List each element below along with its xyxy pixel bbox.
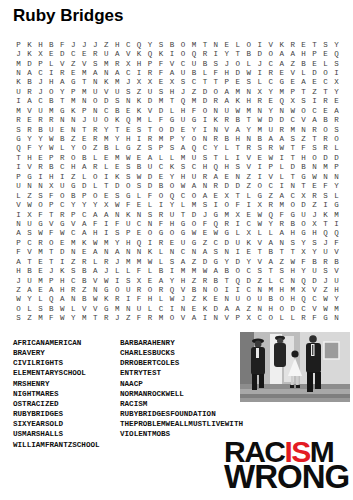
grid-cell-r8c14[interactable]: D xyxy=(156,106,167,115)
grid-cell-r14c14[interactable]: C xyxy=(156,163,167,172)
grid-cell-r28c21[interactable]: U xyxy=(232,295,243,304)
grid-cell-r27c7[interactable]: Z xyxy=(79,285,90,294)
grid-cell-r7c12[interactable]: K xyxy=(134,97,145,106)
grid-cell-r9c2[interactable]: E xyxy=(24,115,35,124)
grid-cell-r2c19[interactable]: I xyxy=(210,49,221,58)
grid-cell-r8c6[interactable]: K xyxy=(68,106,79,115)
grid-cell-r9c5[interactable]: N xyxy=(57,115,68,124)
grid-cell-r25c11[interactable]: L xyxy=(123,266,134,275)
grid-cell-r27c20[interactable]: I xyxy=(221,285,232,294)
grid-cell-r16c27[interactable]: T xyxy=(298,182,309,191)
grid-cell-r3c22[interactable]: L xyxy=(243,59,254,68)
grid-cell-r14c23[interactable]: I xyxy=(254,163,265,172)
grid-cell-r30c18[interactable]: I xyxy=(199,314,210,323)
grid-cell-r8c3[interactable]: U xyxy=(35,106,46,115)
grid-cell-r6c3[interactable]: J xyxy=(35,87,46,96)
grid-cell-r14c22[interactable]: V xyxy=(243,163,254,172)
grid-cell-r12c5[interactable]: L xyxy=(57,144,68,153)
grid-cell-r1c23[interactable]: I xyxy=(254,40,265,49)
grid-cell-r22c10[interactable]: Y xyxy=(112,238,123,247)
grid-cell-r7c6[interactable]: M xyxy=(68,97,79,106)
grid-cell-r28c15[interactable]: W xyxy=(167,295,178,304)
grid-cell-r5c7[interactable]: T xyxy=(79,78,90,87)
grid-cell-r25c2[interactable]: B xyxy=(24,266,35,275)
grid-cell-r21c30[interactable]: Q xyxy=(331,229,342,238)
grid-cell-r20c25[interactable]: R xyxy=(276,219,287,228)
grid-cell-r23c27[interactable]: X xyxy=(298,248,309,257)
grid-cell-r2c30[interactable]: Q xyxy=(331,49,342,58)
grid-cell-r18c16[interactable]: L xyxy=(177,200,188,209)
grid-cell-r25c3[interactable]: E xyxy=(35,266,46,275)
grid-cell-r21c1[interactable]: A xyxy=(13,229,24,238)
grid-cell-r13c24[interactable]: W xyxy=(265,153,276,162)
grid-cell-r6c13[interactable]: U xyxy=(145,87,156,96)
grid-cell-r26c6[interactable]: C xyxy=(68,276,79,285)
grid-cell-r17c2[interactable]: Z xyxy=(24,191,35,200)
grid-cell-r21c12[interactable]: E xyxy=(134,229,145,238)
grid-cell-r20c9[interactable]: I xyxy=(101,219,112,228)
grid-cell-r13c30[interactable]: D xyxy=(331,153,342,162)
grid-cell-r27c28[interactable]: V xyxy=(309,285,320,294)
grid-cell-r23c21[interactable]: I xyxy=(232,248,243,257)
grid-cell-r30c17[interactable]: A xyxy=(188,314,199,323)
grid-cell-r9c28[interactable]: A xyxy=(309,115,320,124)
grid-cell-r13c19[interactable]: T xyxy=(210,153,221,162)
grid-cell-r20c15[interactable]: H xyxy=(167,219,178,228)
grid-cell-r22c25[interactable]: N xyxy=(276,238,287,247)
grid-cell-r9c26[interactable]: C xyxy=(287,115,298,124)
grid-cell-r16c8[interactable]: L xyxy=(90,182,101,191)
grid-cell-r19c27[interactable]: U xyxy=(298,210,309,219)
grid-cell-r4c20[interactable]: H xyxy=(221,68,232,77)
grid-cell-r9c10[interactable]: K xyxy=(112,115,123,124)
grid-cell-r21c3[interactable]: W xyxy=(35,229,46,238)
grid-cell-r2c9[interactable]: U xyxy=(101,49,112,58)
grid-cell-r29c6[interactable]: L xyxy=(68,304,79,313)
grid-cell-r23c7[interactable]: E xyxy=(79,248,90,257)
grid-cell-r25c12[interactable]: F xyxy=(134,266,145,275)
grid-cell-r5c22[interactable]: S xyxy=(243,78,254,87)
grid-cell-r15c19[interactable]: A xyxy=(210,172,221,181)
grid-cell-r24c1[interactable]: A xyxy=(13,257,24,266)
grid-cell-r14c9[interactable]: L xyxy=(101,163,112,172)
grid-cell-r8c19[interactable]: N xyxy=(210,106,221,115)
grid-cell-r1c2[interactable]: K xyxy=(24,40,35,49)
grid-cell-r12c9[interactable]: B xyxy=(101,144,112,153)
grid-cell-r3c30[interactable]: S xyxy=(331,59,342,68)
grid-cell-r2c29[interactable]: E xyxy=(320,49,331,58)
grid-cell-r20c14[interactable]: F xyxy=(156,219,167,228)
grid-cell-r16c22[interactable]: Z xyxy=(243,182,254,191)
grid-cell-r30c30[interactable]: N xyxy=(331,314,342,323)
grid-cell-r28c27[interactable]: Q xyxy=(298,295,309,304)
grid-cell-r29c11[interactable]: N xyxy=(123,304,134,313)
grid-cell-r9c4[interactable]: R xyxy=(46,115,57,124)
grid-cell-r27c8[interactable]: N xyxy=(90,285,101,294)
grid-cell-r3c24[interactable]: C xyxy=(265,59,276,68)
grid-cell-r14c26[interactable]: D xyxy=(287,163,298,172)
grid-cell-r21c23[interactable]: L xyxy=(254,229,265,238)
grid-cell-r25c17[interactable]: M xyxy=(188,266,199,275)
grid-cell-r28c12[interactable]: F xyxy=(134,295,145,304)
grid-cell-r28c10[interactable]: R xyxy=(112,295,123,304)
grid-cell-r5c13[interactable]: X xyxy=(145,78,156,87)
grid-cell-r18c7[interactable]: Y xyxy=(79,200,90,209)
grid-cell-r13c3[interactable]: E xyxy=(35,153,46,162)
grid-cell-r7c2[interactable]: A xyxy=(24,97,35,106)
grid-cell-r26c30[interactable]: U xyxy=(331,276,342,285)
grid-cell-r22c11[interactable]: H xyxy=(123,238,134,247)
grid-cell-r19c29[interactable]: K xyxy=(320,210,331,219)
grid-cell-r23c11[interactable]: N xyxy=(123,248,134,257)
grid-cell-r22c12[interactable]: Q xyxy=(134,238,145,247)
grid-cell-r3c4[interactable]: L xyxy=(46,59,57,68)
grid-cell-r19c13[interactable]: S xyxy=(145,210,156,219)
grid-cell-r25c20[interactable]: B xyxy=(221,266,232,275)
grid-cell-r7c14[interactable]: M xyxy=(156,97,167,106)
grid-cell-r23c3[interactable]: M xyxy=(35,248,46,257)
grid-cell-r3c19[interactable]: S xyxy=(210,59,221,68)
grid-cell-r14c5[interactable]: C xyxy=(57,163,68,172)
grid-cell-r28c28[interactable]: C xyxy=(309,295,320,304)
grid-cell-r27c18[interactable]: N xyxy=(199,285,210,294)
grid-cell-r19c12[interactable]: N xyxy=(134,210,145,219)
grid-cell-r10c28[interactable]: R xyxy=(309,125,320,134)
grid-cell-r19c2[interactable]: X xyxy=(24,210,35,219)
grid-cell-r29c13[interactable]: L xyxy=(145,304,156,313)
grid-cell-r22c2[interactable]: C xyxy=(24,238,35,247)
grid-cell-r26c28[interactable]: D xyxy=(309,276,320,285)
grid-cell-r14c29[interactable]: M xyxy=(320,163,331,172)
grid-cell-r6c26[interactable]: P xyxy=(287,87,298,96)
grid-cell-r15c22[interactable]: Z xyxy=(243,172,254,181)
grid-cell-r14c21[interactable]: S xyxy=(232,163,243,172)
grid-cell-r18c1[interactable]: V xyxy=(13,200,24,209)
grid-cell-r29c9[interactable]: G xyxy=(101,304,112,313)
grid-cell-r30c13[interactable]: R xyxy=(145,314,156,323)
grid-cell-r4c3[interactable]: C xyxy=(35,68,46,77)
grid-cell-r12c12[interactable]: Z xyxy=(134,144,145,153)
grid-cell-r10c20[interactable]: V xyxy=(221,125,232,134)
grid-cell-r4c1[interactable]: N xyxy=(13,68,24,77)
grid-cell-r14c19[interactable]: Q xyxy=(210,163,221,172)
grid-cell-r3c23[interactable]: J xyxy=(254,59,265,68)
grid-cell-r1c10[interactable]: H xyxy=(112,40,123,49)
grid-cell-r4c12[interactable]: I xyxy=(134,68,145,77)
grid-cell-r23c19[interactable]: S xyxy=(210,248,221,257)
grid-cell-r3c5[interactable]: V xyxy=(57,59,68,68)
grid-cell-r23c9[interactable]: N xyxy=(101,248,112,257)
grid-cell-r6c15[interactable]: H xyxy=(167,87,178,96)
grid-cell-r2c15[interactable]: I xyxy=(167,49,178,58)
grid-cell-r29c17[interactable]: E xyxy=(188,304,199,313)
grid-cell-r8c4[interactable]: M xyxy=(46,106,57,115)
grid-cell-r27c23[interactable]: N xyxy=(254,285,265,294)
grid-cell-r8c30[interactable]: A xyxy=(331,106,342,115)
grid-cell-r11c14[interactable]: M xyxy=(156,134,167,143)
grid-cell-r16c29[interactable]: F xyxy=(320,182,331,191)
grid-cell-r10c29[interactable]: O xyxy=(320,125,331,134)
grid-cell-r25c18[interactable]: W xyxy=(199,266,210,275)
grid-cell-r30c7[interactable]: M xyxy=(79,314,90,323)
grid-cell-r12c13[interactable]: S xyxy=(145,144,156,153)
grid-cell-r1c18[interactable]: T xyxy=(199,40,210,49)
grid-cell-r10c5[interactable]: E xyxy=(57,125,68,134)
grid-cell-r26c20[interactable]: T xyxy=(221,276,232,285)
grid-cell-r16c19[interactable]: R xyxy=(210,182,221,191)
grid-cell-r6c10[interactable]: U xyxy=(112,87,123,96)
grid-cell-r24c30[interactable]: B xyxy=(331,257,342,266)
grid-cell-r10c7[interactable]: T xyxy=(79,125,90,134)
grid-cell-r10c25[interactable]: R xyxy=(276,125,287,134)
grid-cell-r14c28[interactable]: N xyxy=(309,163,320,172)
grid-cell-r15c6[interactable]: Z xyxy=(68,172,79,181)
grid-cell-r23c22[interactable]: E xyxy=(243,248,254,257)
grid-cell-r22c15[interactable]: E xyxy=(167,238,178,247)
grid-cell-r6c5[interactable]: Y xyxy=(57,87,68,96)
grid-cell-r26c23[interactable]: Z xyxy=(254,276,265,285)
grid-cell-r15c5[interactable]: I xyxy=(57,172,68,181)
grid-cell-r29c23[interactable]: N xyxy=(254,304,265,313)
grid-cell-r19c25[interactable]: F xyxy=(276,210,287,219)
grid-cell-r25c13[interactable]: L xyxy=(145,266,156,275)
grid-cell-r17c16[interactable]: C xyxy=(177,191,188,200)
grid-cell-r9c30[interactable]: R xyxy=(331,115,342,124)
grid-cell-r22c27[interactable]: Y xyxy=(298,238,309,247)
grid-cell-r24c7[interactable]: R xyxy=(79,257,90,266)
grid-cell-r14c27[interactable]: B xyxy=(298,163,309,172)
grid-cell-r5c17[interactable]: C xyxy=(188,78,199,87)
grid-cell-r2c3[interactable]: X xyxy=(35,49,46,58)
grid-cell-r4c23[interactable]: I xyxy=(254,68,265,77)
grid-cell-r18c30[interactable]: G xyxy=(331,200,342,209)
grid-cell-r6c28[interactable]: Z xyxy=(309,87,320,96)
grid-cell-r2c7[interactable]: E xyxy=(79,49,90,58)
grid-cell-r5c19[interactable]: T xyxy=(210,78,221,87)
grid-cell-r17c24[interactable]: Z xyxy=(265,191,276,200)
grid-cell-r25c9[interactable]: J xyxy=(101,266,112,275)
grid-cell-r11c4[interactable]: W xyxy=(46,134,57,143)
grid-cell-r9c29[interactable]: B xyxy=(320,115,331,124)
grid-cell-r1c27[interactable]: E xyxy=(298,40,309,49)
grid-cell-r18c27[interactable]: D xyxy=(298,200,309,209)
grid-cell-r1c7[interactable]: J xyxy=(79,40,90,49)
grid-cell-r28c18[interactable]: K xyxy=(199,295,210,304)
grid-cell-r12c2[interactable]: F xyxy=(24,144,35,153)
grid-cell-r8c12[interactable]: K xyxy=(134,106,145,115)
grid-cell-r11c17[interactable]: O xyxy=(188,134,199,143)
grid-cell-r25c4[interactable]: J xyxy=(46,266,57,275)
grid-cell-r15c9[interactable]: I xyxy=(101,172,112,181)
grid-cell-r9c13[interactable]: L xyxy=(145,115,156,124)
grid-cell-r9c6[interactable]: N xyxy=(68,115,79,124)
grid-cell-r6c9[interactable]: V xyxy=(101,87,112,96)
grid-cell-r21c4[interactable]: F xyxy=(46,229,57,238)
grid-cell-r5c11[interactable]: J xyxy=(123,78,134,87)
grid-cell-r8c5[interactable]: G xyxy=(57,106,68,115)
grid-cell-r17c9[interactable]: E xyxy=(101,191,112,200)
grid-cell-r15c4[interactable]: H xyxy=(46,172,57,181)
grid-cell-r16c18[interactable]: N xyxy=(199,182,210,191)
grid-cell-r25c24[interactable]: T xyxy=(265,266,276,275)
grid-cell-r28c19[interactable]: E xyxy=(210,295,221,304)
grid-cell-r18c25[interactable]: M xyxy=(276,200,287,209)
grid-cell-r30c26[interactable]: L xyxy=(287,314,298,323)
grid-cell-r7c19[interactable]: R xyxy=(210,97,221,106)
grid-cell-r13c8[interactable]: L xyxy=(90,153,101,162)
grid-cell-r23c12[interactable]: N xyxy=(134,248,145,257)
grid-cell-r30c16[interactable]: V xyxy=(177,314,188,323)
grid-cell-r17c26[interactable]: C xyxy=(287,191,298,200)
grid-cell-r20c17[interactable]: O xyxy=(188,219,199,228)
grid-cell-r2c28[interactable]: P xyxy=(309,49,320,58)
grid-cell-r3c16[interactable]: C xyxy=(177,59,188,68)
grid-cell-r8c20[interactable]: U xyxy=(221,106,232,115)
grid-cell-r1c8[interactable]: J xyxy=(90,40,101,49)
grid-cell-r30c25[interactable]: L xyxy=(276,314,287,323)
grid-cell-r10c15[interactable]: D xyxy=(167,125,178,134)
grid-cell-r30c14[interactable]: M xyxy=(156,314,167,323)
grid-cell-r17c15[interactable]: Q xyxy=(167,191,178,200)
grid-cell-r3c2[interactable]: D xyxy=(24,59,35,68)
grid-cell-r1c9[interactable]: Z xyxy=(101,40,112,49)
grid-cell-r13c12[interactable]: E xyxy=(134,153,145,162)
grid-cell-r10c30[interactable]: S xyxy=(331,125,342,134)
grid-cell-r21c6[interactable]: C xyxy=(68,229,79,238)
grid-cell-r29c20[interactable]: A xyxy=(221,304,232,313)
grid-cell-r6c14[interactable]: S xyxy=(156,87,167,96)
grid-cell-r9c20[interactable]: R xyxy=(221,115,232,124)
grid-cell-r20c16[interactable]: G xyxy=(177,219,188,228)
grid-cell-r1c13[interactable]: Y xyxy=(145,40,156,49)
grid-cell-r10c4[interactable]: U xyxy=(46,125,57,134)
grid-cell-r16c17[interactable]: A xyxy=(188,182,199,191)
grid-cell-r20c1[interactable]: N xyxy=(13,219,24,228)
grid-cell-r20c10[interactable]: F xyxy=(112,219,123,228)
grid-cell-r8c23[interactable]: N xyxy=(254,106,265,115)
grid-cell-r23c15[interactable]: N xyxy=(167,248,178,257)
grid-cell-r5c5[interactable]: A xyxy=(57,78,68,87)
grid-cell-r16c30[interactable]: Y xyxy=(331,182,342,191)
grid-cell-r16c16[interactable]: W xyxy=(177,182,188,191)
grid-cell-r15c14[interactable]: E xyxy=(156,172,167,181)
grid-cell-r4c4[interactable]: I xyxy=(46,68,57,77)
grid-cell-r13c6[interactable]: O xyxy=(68,153,79,162)
grid-cell-r2c22[interactable]: B xyxy=(243,49,254,58)
grid-cell-r2c16[interactable]: O xyxy=(177,49,188,58)
grid-cell-r9c7[interactable]: J xyxy=(79,115,90,124)
grid-cell-r7c23[interactable]: R xyxy=(254,97,265,106)
grid-cell-r19c19[interactable]: G xyxy=(210,210,221,219)
grid-cell-r17c25[interactable]: A xyxy=(276,191,287,200)
grid-cell-r7c7[interactable]: N xyxy=(79,97,90,106)
grid-cell-r7c29[interactable]: R xyxy=(320,97,331,106)
grid-cell-r29c4[interactable]: B xyxy=(46,304,57,313)
grid-cell-r7c3[interactable]: C xyxy=(35,97,46,106)
grid-cell-r10c13[interactable]: T xyxy=(145,125,156,134)
grid-cell-r30c5[interactable]: W xyxy=(57,314,68,323)
grid-cell-r12c27[interactable]: F xyxy=(298,144,309,153)
grid-cell-r12c28[interactable]: S xyxy=(309,144,320,153)
grid-cell-r20c21[interactable]: I xyxy=(232,219,243,228)
grid-cell-r11c28[interactable]: T xyxy=(309,134,320,143)
grid-cell-r30c15[interactable]: O xyxy=(167,314,178,323)
grid-cell-r12c19[interactable]: Y xyxy=(210,144,221,153)
grid-cell-r20c13[interactable]: N xyxy=(145,219,156,228)
grid-cell-r25c23[interactable]: S xyxy=(254,266,265,275)
grid-cell-r30c12[interactable]: F xyxy=(134,314,145,323)
grid-cell-r8c9[interactable]: C xyxy=(101,106,112,115)
grid-cell-r17c17[interactable]: O xyxy=(188,191,199,200)
grid-cell-r3c17[interactable]: U xyxy=(188,59,199,68)
grid-cell-r30c23[interactable]: C xyxy=(254,314,265,323)
grid-cell-r9c17[interactable]: G xyxy=(188,115,199,124)
grid-cell-r8c17[interactable]: F xyxy=(188,106,199,115)
grid-cell-r9c18[interactable]: I xyxy=(199,115,210,124)
grid-cell-r17c22[interactable]: L xyxy=(243,191,254,200)
grid-cell-r1c6[interactable]: J xyxy=(68,40,79,49)
grid-cell-r10c19[interactable]: N xyxy=(210,125,221,134)
grid-cell-r28c25[interactable]: O xyxy=(276,295,287,304)
grid-cell-r22c29[interactable]: J xyxy=(320,238,331,247)
grid-cell-r10c17[interactable]: Y xyxy=(188,125,199,134)
grid-cell-r13c11[interactable]: W xyxy=(123,153,134,162)
grid-cell-r10c2[interactable]: R xyxy=(24,125,35,134)
grid-cell-r15c29[interactable]: N xyxy=(320,172,331,181)
grid-cell-r29c26[interactable]: D xyxy=(287,304,298,313)
grid-cell-r4c28[interactable]: D xyxy=(309,68,320,77)
grid-cell-r9c21[interactable]: B xyxy=(232,115,243,124)
grid-cell-r12c4[interactable]: W xyxy=(46,144,57,153)
grid-cell-r25c15[interactable]: I xyxy=(167,266,178,275)
grid-cell-r5c10[interactable]: M xyxy=(112,78,123,87)
grid-cell-r22c23[interactable]: V xyxy=(254,238,265,247)
grid-cell-r25c26[interactable]: H xyxy=(287,266,298,275)
grid-cell-r26c29[interactable]: J xyxy=(320,276,331,285)
grid-cell-r23c17[interactable]: N xyxy=(188,248,199,257)
grid-cell-r14c7[interactable]: A xyxy=(79,163,90,172)
grid-cell-r21c9[interactable]: I xyxy=(101,229,112,238)
grid-cell-r11c6[interactable]: Z xyxy=(68,134,79,143)
grid-cell-r18c8[interactable]: Y xyxy=(90,200,101,209)
grid-cell-r5c6[interactable]: G xyxy=(68,78,79,87)
grid-cell-r17c8[interactable]: O xyxy=(90,191,101,200)
grid-cell-r13c9[interactable]: E xyxy=(101,153,112,162)
grid-cell-r9c23[interactable]: W xyxy=(254,115,265,124)
grid-cell-r26c26[interactable]: N xyxy=(287,276,298,285)
grid-cell-r13c1[interactable]: T xyxy=(13,153,24,162)
grid-cell-r13c10[interactable]: M xyxy=(112,153,123,162)
grid-cell-r6c20[interactable]: A xyxy=(221,87,232,96)
grid-cell-r27c25[interactable]: H xyxy=(276,285,287,294)
grid-cell-r8c24[interactable]: Y xyxy=(265,106,276,115)
grid-cell-r22c26[interactable]: S xyxy=(287,238,298,247)
grid-cell-r10c8[interactable]: R xyxy=(90,125,101,134)
grid-cell-r24c17[interactable]: Z xyxy=(188,257,199,266)
grid-cell-r24c10[interactable]: J xyxy=(112,257,123,266)
grid-cell-r14c15[interactable]: K xyxy=(167,163,178,172)
grid-cell-r21c10[interactable]: S xyxy=(112,229,123,238)
grid-cell-r13c16[interactable]: M xyxy=(177,153,188,162)
grid-cell-r6c25[interactable]: M xyxy=(276,87,287,96)
grid-cell-r4c8[interactable]: A xyxy=(90,68,101,77)
grid-cell-r23c20[interactable]: N xyxy=(221,248,232,257)
grid-cell-r20c18[interactable]: F xyxy=(199,219,210,228)
grid-cell-r24c9[interactable]: R xyxy=(101,257,112,266)
grid-cell-r27c10[interactable]: O xyxy=(112,285,123,294)
grid-cell-r18c20[interactable]: O xyxy=(221,200,232,209)
grid-cell-r20c29[interactable]: T xyxy=(320,219,331,228)
